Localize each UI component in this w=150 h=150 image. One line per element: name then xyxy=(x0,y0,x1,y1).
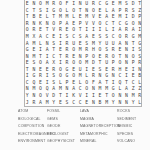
word-list-item-gems: GEMS xyxy=(47,117,75,125)
word-list-item-rocks: ROCKS xyxy=(117,109,136,117)
grid-cell-r16c13: M xyxy=(103,98,110,105)
grid-cell-r16c1: J xyxy=(24,98,31,105)
word-list-column-4: ROCKSSEDIMENTSEISMICSPECIESVOLCANO xyxy=(117,109,136,147)
word-list-item-geophysicist: GEOPHYSICIST xyxy=(47,139,75,147)
word-list-item-species: SPECIES xyxy=(117,132,136,140)
word-list-item-seismic: SEISMIC xyxy=(117,124,136,132)
word-search-page: ENOMROFINURCGEMSDTCTSIGOLOTNOELAPRSZTBEL… xyxy=(0,0,150,150)
word-list-item-volcano: VOLCANO xyxy=(117,139,136,147)
grid-cell-r16c2: R xyxy=(31,98,38,105)
grid-cell-r16c11: N xyxy=(90,98,97,105)
word-list-item-sediment: SEDIMENT xyxy=(117,117,136,125)
word-list-item-magma: MAGMA xyxy=(80,117,120,125)
grid-cell-r16c4: M xyxy=(44,98,51,105)
word-list-item-geode: GEODE xyxy=(47,124,75,132)
word-list-item-mineral: MINERAL xyxy=(80,139,120,147)
word-list: ATOMBIOLOGICALCOMPOSITIONELECTROMAGNETIC… xyxy=(0,109,150,150)
word-list-item-geologist: GEOLOGIST xyxy=(47,132,75,140)
scale-wrapper: ENOMROFINURCGEMSDTCTSIGOLOTNOELAPRSZTBEL… xyxy=(0,0,150,150)
grid-cell-r16c9: C xyxy=(77,98,84,105)
word-list-column-3: LAVAMAGMAMAGNETORECEPTIONMETAMORPHICMINE… xyxy=(80,109,120,147)
grid-cell-r16c14: Y xyxy=(110,98,117,105)
word-list-item-metamorphic: METAMORPHIC xyxy=(80,132,120,140)
grid-cell-r16c5: Y xyxy=(50,98,57,105)
grid-cell-r16c12: B xyxy=(97,98,104,105)
word-list-item-fossil: FOSSIL xyxy=(47,109,75,117)
grid-cell-r16c10: E xyxy=(84,98,91,105)
puzzle-letter-grid: ENOMROFINURCGEMSDTCTSIGOLOTNOELAPRSZTBEL… xyxy=(24,0,143,105)
grid-cell-r16c3: A xyxy=(37,98,44,105)
word-list-item-lava: LAVA xyxy=(80,109,120,117)
word-list-item-magnetoreception: MAGNETORECEPTION xyxy=(80,124,120,132)
word-list-column-2: FOSSILGEMSGEODEGEOLOGISTGEOPHYSICIST xyxy=(47,109,75,147)
grid-cell-r16c18: L xyxy=(136,98,143,105)
